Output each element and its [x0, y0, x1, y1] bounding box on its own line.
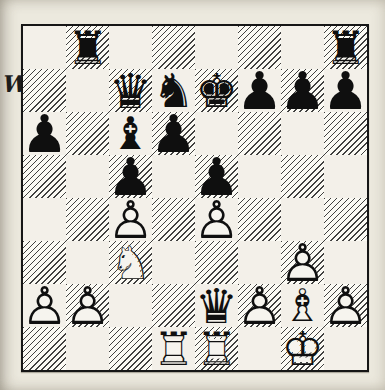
piece-white-pawn-f2: ♟♙: [236, 280, 283, 332]
white-pawn-icon: ♙: [236, 280, 283, 332]
square-a8: [23, 26, 66, 69]
black-pawn-icon: ♟: [193, 151, 240, 203]
square-c6: ♝: [109, 112, 152, 155]
piece-white-pawn-h2: ♟♙: [322, 280, 369, 332]
pawn-icon-fill: ♟: [64, 280, 111, 332]
black-queen-icon: ♛: [109, 67, 152, 115]
square-c1: [109, 327, 152, 370]
piece-white-knight-c3: ♞♘: [109, 239, 151, 286]
piece-black-pawn-f7: ♟: [236, 65, 283, 117]
square-e5: ♟: [195, 155, 238, 198]
square-b7: [66, 69, 109, 112]
black-pawn-icon: ♟: [236, 65, 283, 117]
square-a2: ♟♙: [23, 284, 66, 327]
black-pawn-icon: ♟: [322, 65, 369, 117]
square-h7: ♟: [324, 69, 367, 112]
square-f7: ♟: [238, 69, 281, 112]
square-g4: [281, 198, 324, 241]
knight-icon-fill: ♞: [109, 239, 151, 286]
piece-black-queen-c7: ♛: [109, 67, 152, 115]
square-f2: ♟♙: [238, 284, 281, 327]
rook-icon-fill: ♜: [196, 326, 237, 372]
square-h2: ♟♙: [324, 284, 367, 327]
white-king-icon: ♔: [281, 325, 323, 372]
white-pawn-icon: ♙: [193, 194, 240, 246]
black-knight-icon: ♞: [152, 67, 194, 114]
square-g2: ♝♗: [281, 284, 324, 327]
square-d6: ♟: [152, 112, 195, 155]
square-c8: [109, 26, 152, 69]
square-h4: [324, 198, 367, 241]
black-pawn-icon: ♟: [107, 151, 154, 203]
pawn-icon-fill: ♟: [236, 280, 283, 332]
white-rook-icon: ♖: [196, 326, 237, 372]
chess-board: ♜♜♛♞♚♟♟♟♟♝♟♟♟♟♙♟♙♞♘♟♙♟♙♟♙♛♟♙♝♗♟♙♜♖♜♖♚♔: [21, 24, 369, 372]
pawn-icon-fill: ♟: [21, 280, 68, 332]
pawn-icon-fill: ♟: [322, 280, 369, 332]
white-pawn-icon: ♙: [21, 280, 68, 332]
square-b3: [66, 241, 109, 284]
square-d7: ♞: [152, 69, 195, 112]
square-g1: ♚♔: [281, 327, 324, 370]
piece-black-rook-h8: ♜: [325, 25, 366, 71]
white-pawn-icon: ♙: [107, 194, 154, 246]
piece-white-pawn-e4: ♟♙: [193, 194, 240, 246]
white-bishop-icon: ♗: [282, 283, 322, 328]
king-icon-fill: ♚: [281, 325, 323, 372]
piece-white-pawn-b2: ♟♙: [64, 280, 111, 332]
square-g8: [281, 26, 324, 69]
square-g3: ♟♙: [281, 241, 324, 284]
square-h3: [324, 241, 367, 284]
piece-white-pawn-a2: ♟♙: [21, 280, 68, 332]
book-page: W ♜♜♛♞♚♟♟♟♟♝♟♟♟♟♙♟♙♞♘♟♙♟♙♟♙♛♟♙♝♗♟♙♜♖♜♖♚♔: [0, 0, 385, 390]
square-b5: [66, 155, 109, 198]
square-a7: [23, 69, 66, 112]
square-c3: ♞♘: [109, 241, 152, 284]
piece-black-bishop-c6: ♝: [110, 111, 150, 156]
square-e8: [195, 26, 238, 69]
piece-black-pawn-c5: ♟: [107, 151, 154, 203]
white-pawn-icon: ♙: [64, 280, 111, 332]
square-b2: ♟♙: [66, 284, 109, 327]
black-pawn-icon: ♟: [21, 108, 68, 160]
square-e1: ♜♖: [195, 327, 238, 370]
square-d1: ♜♖: [152, 327, 195, 370]
square-b1: [66, 327, 109, 370]
square-f6: [238, 112, 281, 155]
pawn-icon-fill: ♟: [193, 194, 240, 246]
square-e4: ♟♙: [195, 198, 238, 241]
piece-white-pawn-c4: ♟♙: [107, 194, 154, 246]
square-a6: ♟: [23, 112, 66, 155]
square-d5: [152, 155, 195, 198]
square-h1: [324, 327, 367, 370]
side-to-move-label: W: [1, 70, 21, 97]
square-d8: [152, 26, 195, 69]
square-h5: [324, 155, 367, 198]
square-b8: ♜: [66, 26, 109, 69]
square-d2: [152, 284, 195, 327]
piece-white-king-g1: ♚♔: [281, 325, 323, 372]
square-h8: ♜: [324, 26, 367, 69]
square-f4: [238, 198, 281, 241]
square-c2: [109, 284, 152, 327]
piece-black-rook-b8: ♜: [67, 25, 108, 71]
square-c7: ♛: [109, 69, 152, 112]
black-bishop-icon: ♝: [110, 111, 150, 156]
bishop-icon-fill: ♝: [282, 283, 322, 328]
black-queen-icon: ♛: [195, 282, 238, 330]
piece-black-knight-d7: ♞: [152, 67, 194, 114]
piece-black-king-e7: ♚: [195, 67, 237, 114]
square-b6: [66, 112, 109, 155]
square-d4: [152, 198, 195, 241]
square-f8: [238, 26, 281, 69]
black-pawn-icon: ♟: [150, 108, 197, 160]
square-b4: [66, 198, 109, 241]
square-h6: [324, 112, 367, 155]
piece-black-pawn-d6: ♟: [150, 108, 197, 160]
square-a5: [23, 155, 66, 198]
square-e2: ♛: [195, 284, 238, 327]
black-rook-icon: ♜: [325, 25, 366, 71]
piece-white-bishop-g2: ♝♗: [282, 283, 322, 328]
square-a3: [23, 241, 66, 284]
piece-white-rook-e1: ♜♖: [196, 326, 237, 372]
rook-icon-fill: ♜: [153, 326, 194, 372]
square-c5: ♟: [109, 155, 152, 198]
piece-black-pawn-e5: ♟: [193, 151, 240, 203]
piece-black-queen-e2: ♛: [195, 282, 238, 330]
square-f1: [238, 327, 281, 370]
square-e3: [195, 241, 238, 284]
white-pawn-icon: ♙: [322, 280, 369, 332]
white-knight-icon: ♘: [109, 239, 151, 286]
square-f3: [238, 241, 281, 284]
square-c4: ♟♙: [109, 198, 152, 241]
pawn-icon-fill: ♟: [279, 237, 326, 289]
square-e7: ♚: [195, 69, 238, 112]
square-d3: [152, 241, 195, 284]
square-g5: [281, 155, 324, 198]
black-king-icon: ♚: [195, 67, 237, 114]
square-f5: [238, 155, 281, 198]
square-a1: [23, 327, 66, 370]
square-a4: [23, 198, 66, 241]
black-pawn-icon: ♟: [279, 65, 326, 117]
piece-white-pawn-g3: ♟♙: [279, 237, 326, 289]
square-g6: [281, 112, 324, 155]
pawn-icon-fill: ♟: [107, 194, 154, 246]
black-rook-icon: ♜: [67, 25, 108, 71]
piece-black-pawn-h7: ♟: [322, 65, 369, 117]
piece-white-rook-d1: ♜♖: [153, 326, 194, 372]
square-e6: [195, 112, 238, 155]
white-rook-icon: ♖: [153, 326, 194, 372]
white-pawn-icon: ♙: [279, 237, 326, 289]
piece-black-pawn-a6: ♟: [21, 108, 68, 160]
square-g7: ♟: [281, 69, 324, 112]
piece-black-pawn-g7: ♟: [279, 65, 326, 117]
